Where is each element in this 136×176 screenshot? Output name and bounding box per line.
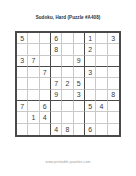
sudoku-cell: 9 bbox=[51, 90, 62, 101]
page-title: Sudoku, Hard (Puzzle #A408) bbox=[0, 15, 136, 20]
sudoku-cell: 3 bbox=[17, 56, 28, 67]
sudoku-cell bbox=[85, 78, 96, 89]
sudoku-cell bbox=[108, 101, 119, 112]
sudoku-cell: 7 bbox=[51, 78, 62, 89]
sudoku-cell: 8 bbox=[62, 124, 73, 135]
sudoku-cell bbox=[28, 44, 39, 55]
sudoku-cell: 4 bbox=[40, 112, 51, 123]
sudoku-cell bbox=[74, 101, 85, 112]
sudoku-cell bbox=[51, 56, 62, 67]
sudoku-cell bbox=[108, 124, 119, 135]
sudoku-cell bbox=[108, 112, 119, 123]
sudoku-cell bbox=[62, 33, 73, 44]
sudoku-cell bbox=[40, 124, 51, 135]
footer-url: www.printable-puzzles.com bbox=[0, 160, 136, 164]
sudoku-cell bbox=[28, 67, 39, 78]
sudoku-cell bbox=[85, 90, 96, 101]
sudoku-cell: 7 bbox=[17, 101, 28, 112]
sudoku-cell: 5 bbox=[74, 78, 85, 89]
sudoku-cell bbox=[74, 124, 85, 135]
sudoku-cell bbox=[40, 78, 51, 89]
sudoku-cell bbox=[96, 67, 107, 78]
sudoku-cell bbox=[28, 90, 39, 101]
sudoku-cell bbox=[17, 67, 28, 78]
sudoku-cell: 3 bbox=[85, 67, 96, 78]
sudoku-cell bbox=[96, 56, 107, 67]
sudoku-cell: 5 bbox=[17, 33, 28, 44]
sudoku-cell: 1 bbox=[85, 33, 96, 44]
sudoku-cell bbox=[17, 124, 28, 135]
sudoku-cell: 1 bbox=[28, 112, 39, 123]
sudoku-cell bbox=[17, 112, 28, 123]
sudoku-cell bbox=[96, 124, 107, 135]
sudoku-cell bbox=[51, 112, 62, 123]
sudoku-cell bbox=[28, 33, 39, 44]
sudoku-cell bbox=[40, 90, 51, 101]
sudoku-cell: 6 bbox=[85, 124, 96, 135]
sudoku-cell bbox=[28, 101, 39, 112]
sudoku-cell: 6 bbox=[40, 101, 51, 112]
sudoku-cell bbox=[17, 90, 28, 101]
sudoku-cell bbox=[96, 112, 107, 123]
sudoku-cell bbox=[62, 67, 73, 78]
sudoku-cell: 4 bbox=[96, 101, 107, 112]
sudoku-cell bbox=[62, 101, 73, 112]
sudoku-cell bbox=[74, 33, 85, 44]
sudoku-cell: 2 bbox=[62, 78, 73, 89]
sudoku-cell: 5 bbox=[85, 101, 96, 112]
sudoku-board: 56138237973725938765414486 bbox=[15, 31, 121, 137]
sudoku-cell bbox=[17, 44, 28, 55]
sudoku-page: Sudoku, Hard (Puzzle #A408) 561382379737… bbox=[0, 0, 136, 176]
sudoku-cell: 6 bbox=[51, 33, 62, 44]
sudoku-cell bbox=[62, 44, 73, 55]
sudoku-cell bbox=[85, 112, 96, 123]
sudoku-cell: 4 bbox=[51, 124, 62, 135]
sudoku-cell bbox=[96, 44, 107, 55]
sudoku-cell bbox=[96, 90, 107, 101]
sudoku-cell: 8 bbox=[51, 44, 62, 55]
sudoku-cell bbox=[108, 56, 119, 67]
sudoku-cell bbox=[108, 67, 119, 78]
sudoku-cell bbox=[96, 78, 107, 89]
sudoku-cell bbox=[85, 56, 96, 67]
sudoku-cell bbox=[40, 33, 51, 44]
sudoku-cell bbox=[40, 56, 51, 67]
sudoku-cell: 7 bbox=[40, 67, 51, 78]
sudoku-cell: 3 bbox=[74, 90, 85, 101]
sudoku-cell bbox=[74, 67, 85, 78]
sudoku-cell bbox=[40, 44, 51, 55]
sudoku-cell: 3 bbox=[108, 33, 119, 44]
sudoku-cell bbox=[28, 78, 39, 89]
sudoku-cell bbox=[51, 101, 62, 112]
sudoku-cell: 8 bbox=[108, 90, 119, 101]
sudoku-cell bbox=[108, 44, 119, 55]
sudoku-cell bbox=[108, 78, 119, 89]
sudoku-cell bbox=[74, 112, 85, 123]
sudoku-cell: 9 bbox=[74, 56, 85, 67]
sudoku-cell: 7 bbox=[28, 56, 39, 67]
sudoku-cell bbox=[17, 78, 28, 89]
sudoku-cell bbox=[62, 90, 73, 101]
sudoku-cell bbox=[62, 112, 73, 123]
sudoku-cell bbox=[96, 33, 107, 44]
sudoku-cell: 2 bbox=[85, 44, 96, 55]
sudoku-cell bbox=[62, 56, 73, 67]
sudoku-cell bbox=[74, 44, 85, 55]
sudoku-cell bbox=[28, 124, 39, 135]
sudoku-cell bbox=[51, 67, 62, 78]
